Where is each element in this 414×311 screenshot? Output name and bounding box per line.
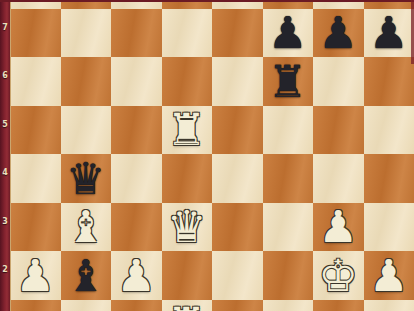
square-b1[interactable] bbox=[61, 300, 112, 311]
piece-white-pawn-h2[interactable]: ♟ bbox=[369, 254, 408, 298]
piece-white-rook-d1[interactable]: ♜ bbox=[167, 302, 206, 311]
square-e6[interactable] bbox=[212, 57, 263, 106]
square-f1[interactable] bbox=[263, 300, 314, 311]
piece-white-pawn-a2[interactable]: ♟ bbox=[16, 254, 55, 298]
piece-white-queen-d3[interactable]: ♛ bbox=[167, 205, 206, 249]
square-h6[interactable] bbox=[364, 57, 414, 106]
piece-white-king-g2[interactable]: ♚ bbox=[319, 254, 358, 298]
square-c1[interactable] bbox=[111, 300, 162, 311]
square-c3[interactable] bbox=[111, 203, 162, 252]
square-e1[interactable] bbox=[212, 300, 263, 311]
square-g5[interactable] bbox=[313, 106, 364, 155]
square-b3[interactable]: ♝ bbox=[61, 203, 112, 252]
piece-white-pawn-c2[interactable]: ♟ bbox=[117, 254, 156, 298]
square-a5[interactable] bbox=[10, 106, 61, 155]
square-f3[interactable] bbox=[263, 203, 314, 252]
square-c7[interactable] bbox=[111, 9, 162, 58]
square-e5[interactable] bbox=[212, 106, 263, 155]
square-g4[interactable] bbox=[313, 154, 364, 203]
square-d7[interactable] bbox=[162, 9, 213, 58]
square-d4[interactable] bbox=[162, 154, 213, 203]
chess-board: ♜♚♟♟♟♜♜♛♝♛♟♟♝♟♚♟♜ bbox=[10, 0, 414, 311]
square-h7[interactable]: ♟ bbox=[364, 9, 414, 58]
square-e2[interactable] bbox=[212, 251, 263, 300]
piece-black-queen-b4[interactable]: ♛ bbox=[66, 157, 105, 201]
rank-label-6: 6 bbox=[0, 71, 10, 80]
square-b5[interactable] bbox=[61, 106, 112, 155]
square-d2[interactable] bbox=[162, 251, 213, 300]
square-b6[interactable] bbox=[61, 57, 112, 106]
rank-label-5: 5 bbox=[0, 120, 10, 129]
square-g2[interactable]: ♚ bbox=[313, 251, 364, 300]
square-f6[interactable]: ♜ bbox=[263, 57, 314, 106]
square-a3[interactable] bbox=[10, 203, 61, 252]
square-g6[interactable] bbox=[313, 57, 364, 106]
square-e7[interactable] bbox=[212, 9, 263, 58]
board-frame-top-edge bbox=[0, 0, 414, 2]
piece-white-bishop-b3[interactable]: ♝ bbox=[66, 205, 105, 249]
piece-black-bishop-b2[interactable]: ♝ bbox=[66, 254, 105, 298]
square-e3[interactable] bbox=[212, 203, 263, 252]
square-c4[interactable] bbox=[111, 154, 162, 203]
square-g3[interactable]: ♟ bbox=[313, 203, 364, 252]
square-h5[interactable] bbox=[364, 106, 414, 155]
square-f5[interactable] bbox=[263, 106, 314, 155]
square-b7[interactable] bbox=[61, 9, 112, 58]
piece-black-rook-f6[interactable]: ♜ bbox=[268, 60, 307, 104]
piece-black-pawn-g7[interactable]: ♟ bbox=[319, 11, 358, 55]
chess-board-screenshot: ♜♚♟♟♟♜♜♛♝♛♟♟♝♟♚♟♜ 765432 bbox=[0, 0, 414, 311]
piece-black-pawn-h7[interactable]: ♟ bbox=[369, 11, 408, 55]
square-d1[interactable]: ♜ bbox=[162, 300, 213, 311]
piece-white-pawn-g3[interactable]: ♟ bbox=[319, 205, 358, 249]
square-b2[interactable]: ♝ bbox=[61, 251, 112, 300]
square-g1[interactable] bbox=[313, 300, 364, 311]
piece-black-pawn-f7[interactable]: ♟ bbox=[268, 11, 307, 55]
piece-white-rook-d5[interactable]: ♜ bbox=[167, 108, 206, 152]
rank-label-3: 3 bbox=[0, 217, 10, 226]
square-c2[interactable]: ♟ bbox=[111, 251, 162, 300]
square-h2[interactable]: ♟ bbox=[364, 251, 414, 300]
square-d3[interactable]: ♛ bbox=[162, 203, 213, 252]
square-a2[interactable]: ♟ bbox=[10, 251, 61, 300]
square-a6[interactable] bbox=[10, 57, 61, 106]
square-a7[interactable] bbox=[10, 9, 61, 58]
square-d6[interactable] bbox=[162, 57, 213, 106]
square-f7[interactable]: ♟ bbox=[263, 9, 314, 58]
square-h3[interactable] bbox=[364, 203, 414, 252]
square-c6[interactable] bbox=[111, 57, 162, 106]
square-a1[interactable] bbox=[10, 300, 61, 311]
rank-label-7: 7 bbox=[0, 23, 10, 32]
square-f2[interactable] bbox=[263, 251, 314, 300]
rank-label-2: 2 bbox=[0, 265, 10, 274]
square-f4[interactable] bbox=[263, 154, 314, 203]
square-a4[interactable] bbox=[10, 154, 61, 203]
square-h4[interactable] bbox=[364, 154, 414, 203]
square-c5[interactable] bbox=[111, 106, 162, 155]
square-d5[interactable]: ♜ bbox=[162, 106, 213, 155]
square-h1[interactable] bbox=[364, 300, 414, 311]
square-g7[interactable]: ♟ bbox=[313, 9, 364, 58]
rank-label-4: 4 bbox=[0, 168, 10, 177]
square-e4[interactable] bbox=[212, 154, 263, 203]
square-b4[interactable]: ♛ bbox=[61, 154, 112, 203]
